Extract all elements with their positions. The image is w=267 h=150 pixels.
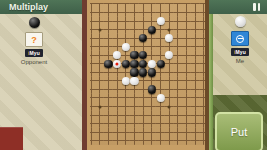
me-panel: iMyu Me Put bbox=[213, 0, 267, 150]
opponent-info-column: ? iMyu Opponent bbox=[20, 17, 48, 65]
board-cell[interactable] bbox=[113, 34, 122, 43]
board-cell[interactable] bbox=[121, 85, 130, 94]
board-cell[interactable] bbox=[113, 42, 122, 51]
board-cell[interactable] bbox=[139, 25, 148, 34]
board-cell[interactable] bbox=[182, 94, 191, 103]
white-stone bbox=[165, 51, 173, 59]
board-cell[interactable] bbox=[121, 34, 130, 43]
board-cell[interactable] bbox=[191, 85, 200, 94]
white-stone bbox=[122, 77, 130, 85]
board-cell[interactable] bbox=[121, 51, 130, 60]
board-cell[interactable] bbox=[95, 94, 104, 103]
board-cell[interactable] bbox=[165, 8, 174, 17]
board-cell[interactable] bbox=[130, 119, 139, 128]
white-stone bbox=[156, 17, 164, 25]
board-cell[interactable] bbox=[147, 17, 156, 26]
board-cell[interactable] bbox=[191, 77, 200, 86]
board-cell[interactable] bbox=[130, 17, 139, 26]
black-stone bbox=[130, 51, 138, 59]
board-cell[interactable] bbox=[191, 68, 200, 77]
board-cell[interactable] bbox=[104, 128, 113, 137]
board-cell[interactable] bbox=[139, 94, 148, 103]
board-cell[interactable] bbox=[104, 68, 113, 77]
board-bottom-margin bbox=[87, 145, 209, 150]
board-grid bbox=[87, 0, 208, 145]
board-cell[interactable] bbox=[104, 60, 113, 69]
board-cell[interactable] bbox=[121, 17, 130, 26]
black-stone bbox=[122, 60, 130, 68]
board-cell[interactable] bbox=[104, 25, 113, 34]
me-app-badge: iMyu bbox=[231, 48, 249, 56]
board-cell[interactable] bbox=[113, 119, 122, 128]
board-cell[interactable] bbox=[191, 25, 200, 34]
board-cell[interactable] bbox=[130, 111, 139, 120]
board-cell[interactable] bbox=[165, 60, 174, 69]
board-cell[interactable] bbox=[113, 60, 122, 69]
board-cell[interactable] bbox=[95, 60, 104, 69]
board-cell[interactable] bbox=[139, 111, 148, 120]
board-cell[interactable] bbox=[174, 102, 183, 111]
black-stone bbox=[148, 26, 156, 34]
board-cell[interactable] bbox=[165, 85, 174, 94]
board-cell[interactable] bbox=[130, 94, 139, 103]
board-cell[interactable] bbox=[113, 68, 122, 77]
board-cell[interactable] bbox=[165, 102, 174, 111]
board-cell[interactable] bbox=[139, 128, 148, 137]
board-cell[interactable] bbox=[95, 85, 104, 94]
board-cell[interactable] bbox=[174, 68, 183, 77]
board-cell[interactable] bbox=[174, 34, 183, 43]
board-cell[interactable] bbox=[113, 128, 122, 137]
me-avatar bbox=[231, 31, 249, 46]
board-cell[interactable] bbox=[121, 68, 130, 77]
white-stone bbox=[148, 60, 156, 68]
board-cell[interactable] bbox=[156, 111, 165, 120]
board-cell[interactable] bbox=[165, 119, 174, 128]
board-cell[interactable] bbox=[121, 102, 130, 111]
board-cell[interactable] bbox=[139, 60, 148, 69]
board-cell[interactable] bbox=[139, 136, 148, 145]
board-cell[interactable] bbox=[156, 34, 165, 43]
board-cell[interactable] bbox=[156, 51, 165, 60]
board-cell[interactable] bbox=[147, 136, 156, 145]
board-cell[interactable] bbox=[156, 68, 165, 77]
board-cell[interactable] bbox=[147, 111, 156, 120]
board-cell[interactable] bbox=[104, 77, 113, 86]
board-cell[interactable] bbox=[174, 17, 183, 26]
board-cell[interactable] bbox=[147, 94, 156, 103]
black-stone bbox=[148, 85, 156, 93]
board-cell[interactable] bbox=[104, 8, 113, 17]
right-header-bar bbox=[209, 0, 267, 14]
black-stone bbox=[148, 68, 156, 76]
board-cell[interactable] bbox=[156, 102, 165, 111]
board-cell[interactable] bbox=[174, 60, 183, 69]
opponent-avatar-placeholder: ? bbox=[25, 32, 43, 47]
white-stone bbox=[122, 43, 130, 51]
board-cell[interactable] bbox=[104, 42, 113, 51]
board-cell[interactable] bbox=[121, 77, 130, 86]
board-cell[interactable] bbox=[182, 128, 191, 137]
board-right-border bbox=[205, 0, 209, 150]
board-cell[interactable] bbox=[104, 119, 113, 128]
board-cell[interactable] bbox=[182, 77, 191, 86]
board-cell[interactable] bbox=[95, 34, 104, 43]
board-cell[interactable] bbox=[191, 128, 200, 137]
board-cell[interactable] bbox=[113, 51, 122, 60]
opponent-label: Opponent bbox=[21, 59, 47, 65]
board-cell[interactable] bbox=[182, 119, 191, 128]
white-stone bbox=[156, 94, 164, 102]
board-cell[interactable] bbox=[182, 136, 191, 145]
board-cell[interactable] bbox=[139, 85, 148, 94]
board-cell[interactable] bbox=[191, 42, 200, 51]
board-cell[interactable] bbox=[95, 68, 104, 77]
board-cell[interactable] bbox=[139, 77, 148, 86]
board-cell[interactable] bbox=[156, 8, 165, 17]
board-cell[interactable] bbox=[139, 102, 148, 111]
board-cell[interactable] bbox=[174, 8, 183, 17]
put-button[interactable]: Put bbox=[215, 112, 263, 150]
board-cell[interactable] bbox=[174, 119, 183, 128]
board-cell[interactable] bbox=[147, 85, 156, 94]
board-cell[interactable] bbox=[121, 25, 130, 34]
board-cell[interactable] bbox=[182, 111, 191, 120]
board-cell[interactable] bbox=[174, 111, 183, 120]
board-cell[interactable] bbox=[104, 136, 113, 145]
red-corner-block bbox=[0, 127, 23, 150]
board-cell[interactable] bbox=[130, 85, 139, 94]
board-cell[interactable] bbox=[156, 85, 165, 94]
board-cell[interactable] bbox=[182, 42, 191, 51]
board-cell[interactable] bbox=[191, 94, 200, 103]
board-cell[interactable] bbox=[182, 25, 191, 34]
board-cell[interactable] bbox=[147, 51, 156, 60]
board-top-margin bbox=[87, 0, 209, 3]
board-cell[interactable] bbox=[95, 25, 104, 34]
board-cell[interactable] bbox=[113, 25, 122, 34]
game-board[interactable] bbox=[87, 0, 209, 150]
board-cell[interactable] bbox=[156, 77, 165, 86]
board-cell[interactable] bbox=[139, 34, 148, 43]
black-stone bbox=[139, 34, 147, 42]
black-stone bbox=[130, 68, 138, 76]
board-cell[interactable] bbox=[130, 68, 139, 77]
board-cell[interactable] bbox=[95, 8, 104, 17]
board-cell[interactable] bbox=[139, 42, 148, 51]
board-cell[interactable] bbox=[182, 8, 191, 17]
board-cell[interactable] bbox=[147, 25, 156, 34]
opponent-panel: ? iMyu Opponent bbox=[0, 0, 82, 150]
board-cell[interactable] bbox=[139, 68, 148, 77]
board-cell[interactable] bbox=[174, 25, 183, 34]
black-stone bbox=[130, 60, 138, 68]
board-cell[interactable] bbox=[165, 68, 174, 77]
board-cell[interactable] bbox=[147, 119, 156, 128]
board-cell[interactable] bbox=[121, 8, 130, 17]
board-cell[interactable] bbox=[121, 136, 130, 145]
board-cell[interactable] bbox=[165, 25, 174, 34]
board-cell[interactable] bbox=[130, 136, 139, 145]
board-cell[interactable] bbox=[130, 51, 139, 60]
board-cell[interactable] bbox=[191, 136, 200, 145]
board-cell[interactable] bbox=[104, 94, 113, 103]
board-cell[interactable] bbox=[121, 94, 130, 103]
board-cell[interactable] bbox=[182, 85, 191, 94]
board-cell[interactable] bbox=[174, 94, 183, 103]
board-cell[interactable] bbox=[139, 119, 148, 128]
board-cell[interactable] bbox=[147, 77, 156, 86]
question-mark-icon: ? bbox=[31, 35, 37, 45]
board-cell[interactable] bbox=[174, 42, 183, 51]
board-cell[interactable] bbox=[130, 25, 139, 34]
board-cell[interactable] bbox=[165, 51, 174, 60]
board-cell[interactable] bbox=[130, 77, 139, 86]
board-cell[interactable] bbox=[130, 60, 139, 69]
board-cell[interactable] bbox=[95, 128, 104, 137]
board-cell[interactable] bbox=[121, 60, 130, 69]
board-cell[interactable] bbox=[147, 60, 156, 69]
board-cell[interactable] bbox=[191, 8, 200, 17]
white-stone bbox=[113, 51, 121, 59]
board-cell[interactable] bbox=[130, 34, 139, 43]
board-cell[interactable] bbox=[121, 119, 130, 128]
board-cell[interactable] bbox=[174, 136, 183, 145]
board-cell[interactable] bbox=[174, 51, 183, 60]
pending-white-stone bbox=[113, 60, 121, 68]
board-cell[interactable] bbox=[147, 34, 156, 43]
board-cell[interactable] bbox=[147, 128, 156, 137]
board-cell[interactable] bbox=[191, 60, 200, 69]
board-cell[interactable] bbox=[191, 111, 200, 120]
me-label: Me bbox=[236, 58, 244, 64]
me-white-stone-icon bbox=[235, 16, 246, 27]
board-cell[interactable] bbox=[130, 128, 139, 137]
globe-icon bbox=[236, 35, 244, 43]
board-cell[interactable] bbox=[182, 17, 191, 26]
board-cell[interactable] bbox=[165, 128, 174, 137]
board-cell[interactable] bbox=[95, 102, 104, 111]
board-cell[interactable] bbox=[95, 42, 104, 51]
white-stone bbox=[165, 34, 173, 42]
board-cell[interactable] bbox=[182, 60, 191, 69]
page-title: Multiplay bbox=[9, 2, 48, 12]
board-cell[interactable] bbox=[113, 102, 122, 111]
black-stone bbox=[156, 60, 164, 68]
board-cell[interactable] bbox=[191, 102, 200, 111]
board-cell[interactable] bbox=[113, 8, 122, 17]
black-stone bbox=[139, 68, 147, 76]
board-cell[interactable] bbox=[182, 102, 191, 111]
board-cell[interactable] bbox=[95, 77, 104, 86]
board-cell[interactable] bbox=[104, 51, 113, 60]
board-cell[interactable] bbox=[191, 51, 200, 60]
board-cell[interactable] bbox=[113, 77, 122, 86]
white-stone bbox=[130, 77, 138, 85]
board-cell[interactable] bbox=[104, 34, 113, 43]
board-cell[interactable] bbox=[121, 111, 130, 120]
board-cell[interactable] bbox=[156, 42, 165, 51]
board-cell[interactable] bbox=[191, 34, 200, 43]
board-left-margin bbox=[87, 0, 90, 150]
board-cell[interactable] bbox=[139, 51, 148, 60]
board-cell[interactable] bbox=[147, 68, 156, 77]
board-cell[interactable] bbox=[156, 136, 165, 145]
board-cell[interactable] bbox=[165, 42, 174, 51]
board-cell[interactable] bbox=[95, 51, 104, 60]
board-cell[interactable] bbox=[165, 17, 174, 26]
board-cell[interactable] bbox=[104, 17, 113, 26]
board-cell[interactable] bbox=[113, 85, 122, 94]
board-cell[interactable] bbox=[156, 119, 165, 128]
red-dot-marker bbox=[116, 62, 119, 65]
board-cell[interactable] bbox=[147, 8, 156, 17]
board-cell[interactable] bbox=[156, 94, 165, 103]
board-cell[interactable] bbox=[165, 136, 174, 145]
black-stone bbox=[104, 60, 112, 68]
board-cell[interactable] bbox=[174, 77, 183, 86]
board-cell[interactable] bbox=[191, 119, 200, 128]
board-cell[interactable] bbox=[104, 111, 113, 120]
board-cell[interactable] bbox=[130, 42, 139, 51]
board-cell[interactable] bbox=[191, 17, 200, 26]
board-cell[interactable] bbox=[165, 77, 174, 86]
board-cell[interactable] bbox=[113, 111, 122, 120]
board-cell[interactable] bbox=[104, 102, 113, 111]
board-cell[interactable] bbox=[174, 128, 183, 137]
black-stone bbox=[139, 60, 147, 68]
board-cell[interactable] bbox=[182, 68, 191, 77]
left-header-bar: Multiplay bbox=[0, 0, 82, 14]
board-cell[interactable] bbox=[147, 42, 156, 51]
board-cell[interactable] bbox=[165, 111, 174, 120]
board-cell[interactable] bbox=[113, 136, 122, 145]
board-cell[interactable] bbox=[182, 51, 191, 60]
board-cell[interactable] bbox=[139, 8, 148, 17]
board-cell[interactable] bbox=[139, 17, 148, 26]
board-cell[interactable] bbox=[121, 128, 130, 137]
opponent-black-stone-icon bbox=[29, 17, 40, 28]
pause-icon[interactable] bbox=[253, 3, 260, 11]
multiplay-game-screen: ? iMyu Opponent Multiplay iMyu Me Put bbox=[0, 0, 267, 150]
board-cell[interactable] bbox=[95, 136, 104, 145]
board-cell[interactable] bbox=[182, 34, 191, 43]
board-cell[interactable] bbox=[95, 17, 104, 26]
board-cell[interactable] bbox=[156, 128, 165, 137]
board-cell[interactable] bbox=[130, 8, 139, 17]
board-cell[interactable] bbox=[147, 102, 156, 111]
board-cell[interactable] bbox=[121, 42, 130, 51]
opponent-app-badge: iMyu bbox=[25, 49, 43, 57]
board-cell[interactable] bbox=[165, 94, 174, 103]
board-cell[interactable] bbox=[174, 85, 183, 94]
board-cell[interactable] bbox=[165, 34, 174, 43]
board-cell[interactable] bbox=[113, 17, 122, 26]
board-cell[interactable] bbox=[156, 17, 165, 26]
board-cell[interactable] bbox=[130, 102, 139, 111]
board-cell[interactable] bbox=[156, 25, 165, 34]
board-cell[interactable] bbox=[113, 94, 122, 103]
me-info-column: iMyu Me bbox=[229, 16, 251, 64]
board-cell[interactable] bbox=[156, 60, 165, 69]
black-stone bbox=[139, 51, 147, 59]
board-cell[interactable] bbox=[95, 111, 104, 120]
board-cell[interactable] bbox=[104, 85, 113, 94]
board-cell[interactable] bbox=[95, 119, 104, 128]
